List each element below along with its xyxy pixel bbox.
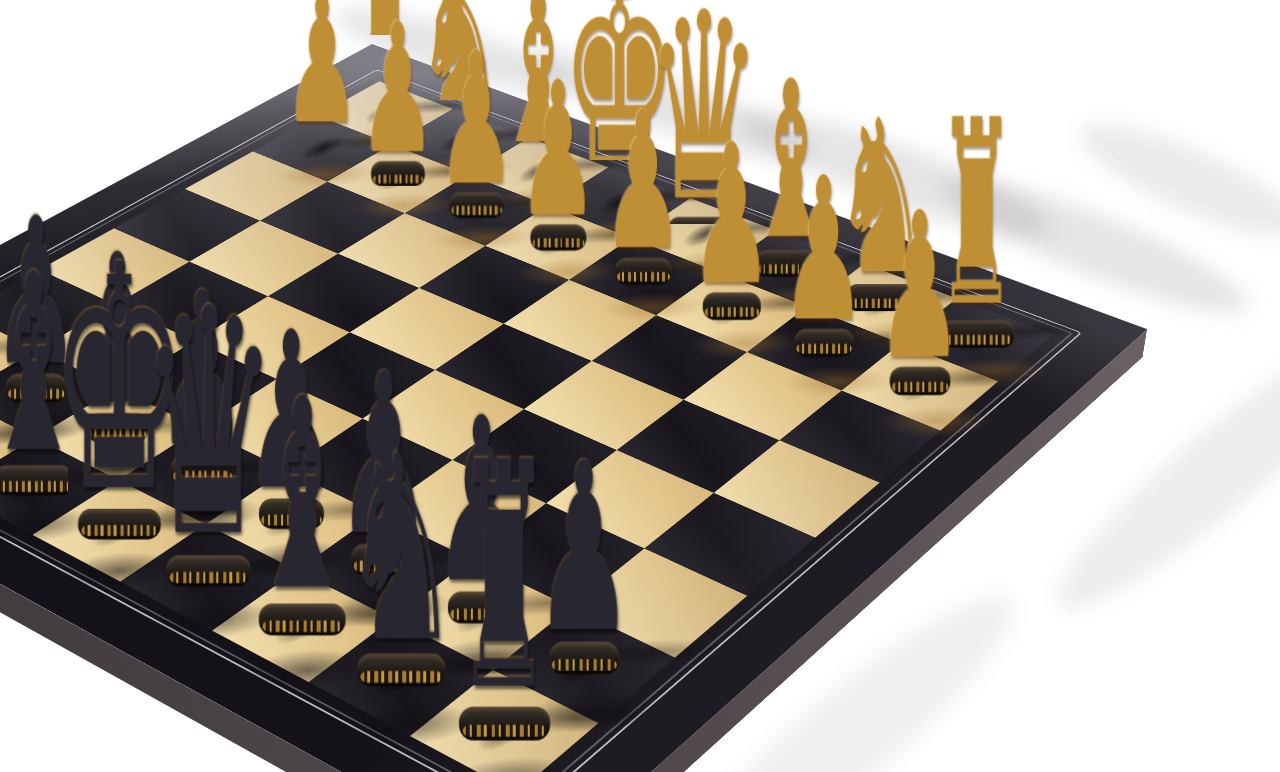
white-pawn-icon: ♟ — [877, 193, 964, 379]
board-top-surface: ♜♟♞♟♝♟♚♟♛♟♝♟♟♞♜♟♟♜♞♟♟♝♟♚♟♛♟♝♟♞♟♜ — [0, 44, 1147, 772]
perspective-scene: ♜♟♞♟♝♟♚♟♛♟♝♟♟♞♜♟♟♜♞♟♟♝♟♚♟♛♟♝♟♞♟♜ — [0, 0, 1280, 772]
photo-stage: ♜♟♞♟♝♟♚♟♛♟♝♟♟♞♜♟♟♜♞♟♟♝♟♚♟♛♟♝♟♞♟♜ — [0, 0, 1280, 772]
chess-board: ♜♟♞♟♝♟♚♟♛♟♝♟♟♞♜♟♟♜♞♟♟♝♟♚♟♛♟♝♟♞♟♜ — [0, 44, 1147, 772]
black-rook-icon: ♜ — [457, 435, 552, 721]
